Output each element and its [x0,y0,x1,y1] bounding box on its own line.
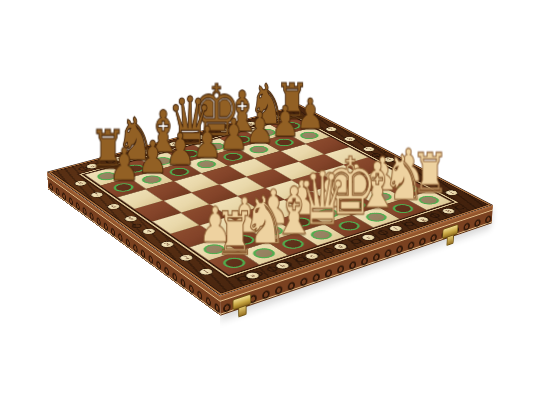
black-pawn[interactable]: ♟ [91,143,157,188]
coordinate-disc: 7 [88,191,106,199]
coordinate-disc: g [413,216,432,224]
coordinate-disc: f [386,224,405,233]
coordinate-disc: h [439,207,458,215]
coordinate-disc: d [331,242,351,251]
coordinate-disc: e [359,233,379,242]
coordinate-disc: 5 [122,215,141,223]
white-rook[interactable]: ♜ [199,204,271,263]
coordinate-disc: c [302,252,322,261]
brass-latch-right [442,223,458,239]
coordinate-disc: 4 [139,227,158,236]
chess-set-photo: abcdefgh abcdefgh 87654321 87654321 ♜♞♝♛… [0,0,533,412]
coordinate-disc: a [242,271,262,281]
coordinate-disc: 1 [196,267,216,276]
brass-latch-left [232,293,251,310]
chess-board: abcdefgh abcdefgh 87654321 87654321 ♜♞♝♛… [47,104,493,295]
coordinate-disc: 3 [158,240,177,249]
coordinate-disc: 8 [72,180,90,188]
coordinate-disc: 2 [177,253,197,262]
coordinate-disc: 6 [105,203,123,211]
coordinate-disc: b [273,261,293,270]
